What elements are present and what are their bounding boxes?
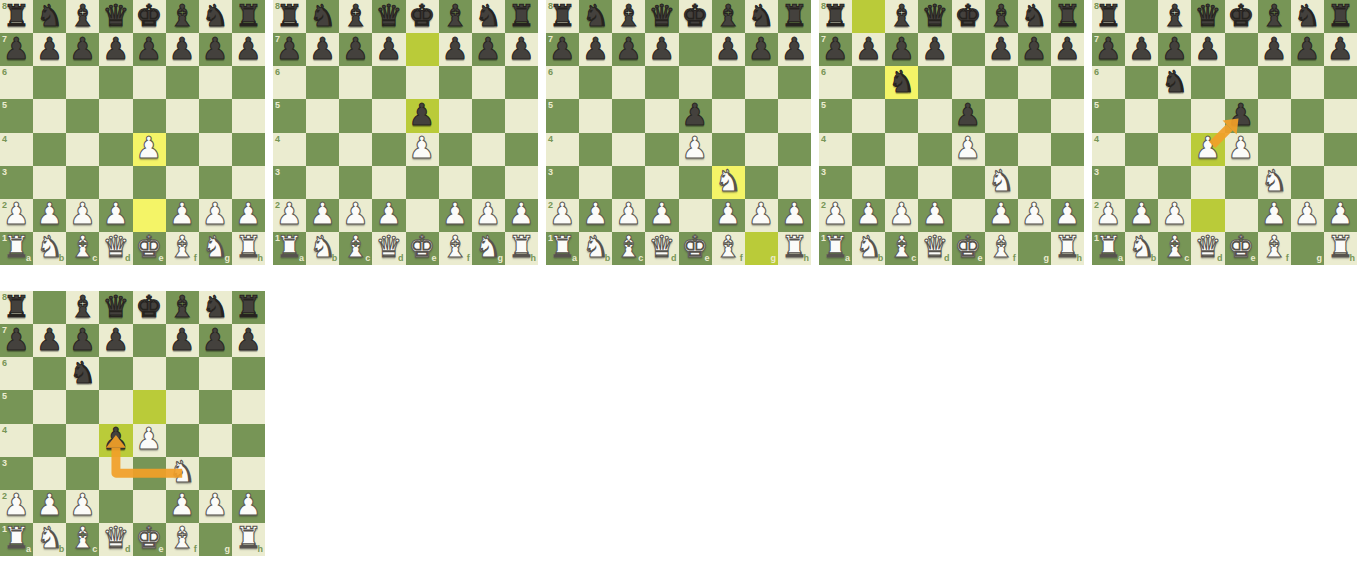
- square-f3[interactable]: ♞: [712, 166, 745, 199]
- square-e2[interactable]: [133, 199, 166, 232]
- white-pawn[interactable]: ♟: [1161, 199, 1188, 229]
- white-pawn[interactable]: ♟: [615, 199, 642, 229]
- black-pawn[interactable]: ♟: [508, 34, 535, 64]
- square-b7[interactable]: ♟: [1125, 33, 1158, 66]
- square-c2[interactable]: ♟: [66, 490, 99, 523]
- square-e8[interactable]: ♚: [679, 0, 712, 33]
- square-b2[interactable]: ♟: [579, 199, 612, 232]
- black-pawn[interactable]: ♟: [202, 325, 229, 355]
- black-bishop[interactable]: ♝: [988, 1, 1015, 31]
- square-b7[interactable]: ♟: [33, 324, 66, 357]
- square-f4[interactable]: [439, 133, 472, 166]
- square-g2[interactable]: ♟: [745, 199, 778, 232]
- white-pawn[interactable]: ♟: [582, 199, 609, 229]
- square-f6[interactable]: [985, 66, 1018, 99]
- square-h3[interactable]: [1051, 166, 1084, 199]
- black-pawn[interactable]: ♟: [781, 34, 808, 64]
- square-b1[interactable]: b♞: [306, 232, 339, 265]
- square-h7[interactable]: ♟: [778, 33, 811, 66]
- square-a3[interactable]: 3: [1092, 166, 1125, 199]
- black-pawn[interactable]: ♟: [921, 34, 948, 64]
- white-pawn[interactable]: ♟: [3, 199, 30, 229]
- square-g3[interactable]: [1018, 166, 1051, 199]
- square-d7[interactable]: ♟: [1191, 33, 1224, 66]
- square-c8[interactable]: ♝: [339, 0, 372, 33]
- square-a1[interactable]: 1a♜: [0, 523, 33, 556]
- square-c5[interactable]: [66, 99, 99, 132]
- black-pawn[interactable]: ♟: [888, 34, 915, 64]
- square-g5[interactable]: [472, 99, 505, 132]
- square-g4[interactable]: [1018, 133, 1051, 166]
- square-e1[interactable]: e♚: [1225, 232, 1258, 265]
- black-queen[interactable]: ♛: [102, 292, 129, 322]
- square-e4[interactable]: ♟: [1225, 133, 1258, 166]
- black-knight[interactable]: ♞: [475, 1, 502, 31]
- square-c3[interactable]: [66, 457, 99, 490]
- square-e2[interactable]: [1225, 199, 1258, 232]
- square-g3[interactable]: [199, 457, 232, 490]
- square-d5[interactable]: [99, 99, 132, 132]
- black-knight[interactable]: ♞: [36, 1, 63, 31]
- square-c8[interactable]: ♝: [612, 0, 645, 33]
- black-pawn[interactable]: ♟: [1228, 100, 1255, 130]
- white-pawn[interactable]: ♟: [36, 490, 63, 520]
- square-e2[interactable]: [679, 199, 712, 232]
- black-king[interactable]: ♚: [1228, 1, 1255, 31]
- white-pawn[interactable]: ♟: [235, 490, 262, 520]
- square-a2[interactable]: 2♟: [546, 199, 579, 232]
- square-f5[interactable]: [1258, 99, 1291, 132]
- square-h1[interactable]: h♜: [505, 232, 538, 265]
- black-rook[interactable]: ♜: [822, 1, 849, 31]
- square-d6[interactable]: [99, 66, 132, 99]
- square-e1[interactable]: e♚: [952, 232, 985, 265]
- white-pawn[interactable]: ♟: [3, 490, 30, 520]
- square-d8[interactable]: ♛: [99, 291, 132, 324]
- black-pawn[interactable]: ♟: [682, 100, 709, 130]
- square-g2[interactable]: ♟: [1018, 199, 1051, 232]
- square-d5[interactable]: [372, 99, 405, 132]
- square-h7[interactable]: ♟: [232, 324, 265, 357]
- square-d2[interactable]: ♟: [372, 199, 405, 232]
- square-d3[interactable]: [99, 166, 132, 199]
- square-e7[interactable]: ♟: [133, 33, 166, 66]
- square-d3[interactable]: [918, 166, 951, 199]
- square-g7[interactable]: ♟: [472, 33, 505, 66]
- square-e7[interactable]: [406, 33, 439, 66]
- black-rook[interactable]: ♜: [1054, 1, 1081, 31]
- square-a7[interactable]: 7♟: [546, 33, 579, 66]
- square-h2[interactable]: ♟: [232, 490, 265, 523]
- square-h4[interactable]: [505, 133, 538, 166]
- square-b5[interactable]: [306, 99, 339, 132]
- square-g5[interactable]: [199, 99, 232, 132]
- square-c4[interactable]: [339, 133, 372, 166]
- square-e5[interactable]: [133, 99, 166, 132]
- square-e2[interactable]: [952, 199, 985, 232]
- black-bishop[interactable]: ♝: [1261, 1, 1288, 31]
- square-c1[interactable]: c♝: [66, 523, 99, 556]
- square-a2[interactable]: 2♟: [1092, 199, 1125, 232]
- square-a5[interactable]: 5: [546, 99, 579, 132]
- square-f4[interactable]: [166, 424, 199, 457]
- square-f8[interactable]: ♝: [1258, 0, 1291, 33]
- black-pawn[interactable]: ♟: [442, 34, 469, 64]
- square-e8[interactable]: ♚: [1225, 0, 1258, 33]
- square-h1[interactable]: h♜: [1324, 232, 1357, 265]
- square-c1[interactable]: c♝: [612, 232, 645, 265]
- black-knight[interactable]: ♞: [69, 358, 96, 388]
- square-d6[interactable]: [918, 66, 951, 99]
- square-f6[interactable]: [166, 66, 199, 99]
- square-c8[interactable]: ♝: [66, 291, 99, 324]
- white-pawn[interactable]: ♟: [69, 199, 96, 229]
- square-e4[interactable]: ♟: [133, 133, 166, 166]
- square-h6[interactable]: [232, 66, 265, 99]
- square-b4[interactable]: [852, 133, 885, 166]
- square-e1[interactable]: e♚: [679, 232, 712, 265]
- square-f1[interactable]: f♝: [985, 232, 1018, 265]
- square-e1[interactable]: e♚: [133, 232, 166, 265]
- white-pawn[interactable]: ♟: [888, 199, 915, 229]
- square-a3[interactable]: 3: [546, 166, 579, 199]
- square-a5[interactable]: 5: [819, 99, 852, 132]
- white-pawn[interactable]: ♟: [169, 490, 196, 520]
- square-b4[interactable]: [579, 133, 612, 166]
- white-pawn[interactable]: ♟: [1327, 199, 1354, 229]
- square-b3[interactable]: [33, 166, 66, 199]
- square-f1[interactable]: f♝: [712, 232, 745, 265]
- square-b8[interactable]: ♞: [579, 0, 612, 33]
- square-h2[interactable]: ♟: [232, 199, 265, 232]
- black-pawn[interactable]: ♟: [1261, 34, 1288, 64]
- square-g3[interactable]: [745, 166, 778, 199]
- square-e4[interactable]: ♟: [679, 133, 712, 166]
- square-f1[interactable]: f♝: [166, 523, 199, 556]
- square-a8[interactable]: 8♜: [0, 291, 33, 324]
- white-pawn[interactable]: ♟: [409, 133, 436, 163]
- square-b5[interactable]: [1125, 99, 1158, 132]
- black-knight[interactable]: ♞: [1161, 67, 1188, 97]
- square-e5[interactable]: ♟: [679, 99, 712, 132]
- square-d7[interactable]: ♟: [99, 324, 132, 357]
- square-b3[interactable]: [306, 166, 339, 199]
- square-a1[interactable]: 1a♜: [0, 232, 33, 265]
- square-b8[interactable]: [1125, 0, 1158, 33]
- square-d5[interactable]: [918, 99, 951, 132]
- black-pawn[interactable]: ♟: [235, 325, 262, 355]
- square-e7[interactable]: [133, 324, 166, 357]
- white-pawn[interactable]: ♟: [1128, 199, 1155, 229]
- square-g6[interactable]: [745, 66, 778, 99]
- square-f8[interactable]: ♝: [712, 0, 745, 33]
- square-d4[interactable]: [645, 133, 678, 166]
- square-f7[interactable]: ♟: [1258, 33, 1291, 66]
- square-c2[interactable]: ♟: [66, 199, 99, 232]
- square-g8[interactable]: ♞: [199, 0, 232, 33]
- square-b2[interactable]: ♟: [33, 490, 66, 523]
- square-e7[interactable]: [952, 33, 985, 66]
- square-b8[interactable]: [852, 0, 885, 33]
- square-g1[interactable]: g: [1018, 232, 1051, 265]
- white-pawn[interactable]: ♟: [715, 199, 742, 229]
- square-h3[interactable]: [778, 166, 811, 199]
- square-a4[interactable]: 4: [1092, 133, 1125, 166]
- black-pawn[interactable]: ♟: [375, 34, 402, 64]
- square-d1[interactable]: d♛: [99, 232, 132, 265]
- square-h4[interactable]: [1051, 133, 1084, 166]
- square-b2[interactable]: ♟: [33, 199, 66, 232]
- black-knight[interactable]: ♞: [309, 1, 336, 31]
- black-pawn[interactable]: ♟: [309, 34, 336, 64]
- black-pawn[interactable]: ♟: [342, 34, 369, 64]
- black-pawn[interactable]: ♟: [1161, 34, 1188, 64]
- black-knight[interactable]: ♞: [888, 67, 915, 97]
- white-pawn[interactable]: ♟: [442, 199, 469, 229]
- square-e5[interactable]: ♟: [406, 99, 439, 132]
- square-a7[interactable]: 7♟: [273, 33, 306, 66]
- square-h6[interactable]: [1324, 66, 1357, 99]
- square-e5[interactable]: ♟: [952, 99, 985, 132]
- black-rook[interactable]: ♜: [235, 1, 262, 31]
- square-g7[interactable]: ♟: [199, 324, 232, 357]
- square-e6[interactable]: [679, 66, 712, 99]
- black-pawn[interactable]: ♟: [1294, 34, 1321, 64]
- black-rook[interactable]: ♜: [508, 1, 535, 31]
- square-c3[interactable]: [66, 166, 99, 199]
- square-h6[interactable]: [505, 66, 538, 99]
- white-knight[interactable]: ♞: [988, 166, 1015, 196]
- square-c4[interactable]: [66, 133, 99, 166]
- square-g1[interactable]: g♞: [199, 232, 232, 265]
- square-f7[interactable]: ♟: [166, 324, 199, 357]
- black-bishop[interactable]: ♝: [615, 1, 642, 31]
- square-a4[interactable]: 4: [819, 133, 852, 166]
- square-c1[interactable]: c♝: [339, 232, 372, 265]
- black-pawn[interactable]: ♟: [582, 34, 609, 64]
- square-d1[interactable]: d♛: [99, 523, 132, 556]
- square-a4[interactable]: 4: [0, 424, 33, 457]
- square-g2[interactable]: ♟: [199, 199, 232, 232]
- square-c6[interactable]: [339, 66, 372, 99]
- black-pawn[interactable]: ♟: [69, 325, 96, 355]
- square-f3[interactable]: ♞: [166, 457, 199, 490]
- square-e3[interactable]: [133, 457, 166, 490]
- black-knight[interactable]: ♞: [202, 292, 229, 322]
- square-g6[interactable]: [1291, 66, 1324, 99]
- square-d5[interactable]: [645, 99, 678, 132]
- square-f4[interactable]: [712, 133, 745, 166]
- square-b5[interactable]: [33, 99, 66, 132]
- square-h8[interactable]: ♜: [1324, 0, 1357, 33]
- square-b2[interactable]: ♟: [306, 199, 339, 232]
- square-b1[interactable]: b♞: [579, 232, 612, 265]
- square-g4[interactable]: [745, 133, 778, 166]
- black-pawn[interactable]: ♟: [409, 100, 436, 130]
- white-pawn[interactable]: ♟: [475, 199, 502, 229]
- square-h2[interactable]: ♟: [505, 199, 538, 232]
- square-a8[interactable]: 8♜: [546, 0, 579, 33]
- square-h2[interactable]: ♟: [1324, 199, 1357, 232]
- white-pawn[interactable]: ♟: [748, 199, 775, 229]
- square-d1[interactable]: d♛: [918, 232, 951, 265]
- black-queen[interactable]: ♛: [648, 1, 675, 31]
- square-f5[interactable]: [985, 99, 1018, 132]
- square-d7[interactable]: ♟: [372, 33, 405, 66]
- square-d6[interactable]: [99, 357, 132, 390]
- square-g4[interactable]: [472, 133, 505, 166]
- black-pawn[interactable]: ♟: [102, 325, 129, 355]
- square-c4[interactable]: [1158, 133, 1191, 166]
- black-queen[interactable]: ♛: [921, 1, 948, 31]
- square-g7[interactable]: ♟: [745, 33, 778, 66]
- white-knight[interactable]: ♞: [1261, 166, 1288, 196]
- white-pawn[interactable]: ♟: [69, 490, 96, 520]
- black-pawn[interactable]: ♟: [36, 34, 63, 64]
- square-c4[interactable]: [885, 133, 918, 166]
- white-pawn[interactable]: ♟: [169, 199, 196, 229]
- black-king[interactable]: ♚: [136, 292, 163, 322]
- white-pawn[interactable]: ♟: [549, 199, 576, 229]
- square-a5[interactable]: 5: [0, 390, 33, 423]
- square-e2[interactable]: [133, 490, 166, 523]
- square-c3[interactable]: [885, 166, 918, 199]
- square-g1[interactable]: g♞: [472, 232, 505, 265]
- square-g6[interactable]: [199, 357, 232, 390]
- black-pawn[interactable]: ♟: [615, 34, 642, 64]
- square-f3[interactable]: ♞: [985, 166, 1018, 199]
- square-h1[interactable]: h♜: [778, 232, 811, 265]
- square-h8[interactable]: ♜: [1051, 0, 1084, 33]
- square-b7[interactable]: ♟: [579, 33, 612, 66]
- white-pawn[interactable]: ♟: [1228, 133, 1255, 163]
- square-f8[interactable]: ♝: [439, 0, 472, 33]
- square-g7[interactable]: ♟: [1291, 33, 1324, 66]
- square-b8[interactable]: [33, 291, 66, 324]
- square-h4[interactable]: [778, 133, 811, 166]
- square-g1[interactable]: g: [1291, 232, 1324, 265]
- black-bishop[interactable]: ♝: [888, 1, 915, 31]
- black-pawn[interactable]: ♟: [988, 34, 1015, 64]
- square-e6[interactable]: [133, 66, 166, 99]
- square-a5[interactable]: 5: [0, 99, 33, 132]
- white-bishop[interactable]: ♝: [1261, 232, 1288, 262]
- square-c6[interactable]: [612, 66, 645, 99]
- square-a3[interactable]: 3: [0, 166, 33, 199]
- white-pawn[interactable]: ♟: [1261, 199, 1288, 229]
- square-c4[interactable]: [66, 424, 99, 457]
- square-b6[interactable]: [306, 66, 339, 99]
- square-b7[interactable]: ♟: [852, 33, 885, 66]
- square-b1[interactable]: b♞: [1125, 232, 1158, 265]
- square-h4[interactable]: [232, 133, 265, 166]
- square-d8[interactable]: ♛: [918, 0, 951, 33]
- square-f8[interactable]: ♝: [166, 291, 199, 324]
- square-a2[interactable]: 2♟: [819, 199, 852, 232]
- square-e8[interactable]: ♚: [133, 0, 166, 33]
- square-f4[interactable]: [985, 133, 1018, 166]
- square-c1[interactable]: c♝: [885, 232, 918, 265]
- black-king[interactable]: ♚: [682, 1, 709, 31]
- square-a6[interactable]: 6: [1092, 66, 1125, 99]
- square-a5[interactable]: 5: [1092, 99, 1125, 132]
- square-e8[interactable]: ♚: [406, 0, 439, 33]
- square-b1[interactable]: b♞: [852, 232, 885, 265]
- square-g3[interactable]: [472, 166, 505, 199]
- square-c5[interactable]: [885, 99, 918, 132]
- square-b5[interactable]: [33, 390, 66, 423]
- square-c7[interactable]: ♟: [339, 33, 372, 66]
- square-f5[interactable]: [166, 390, 199, 423]
- square-f3[interactable]: [439, 166, 472, 199]
- white-bishop[interactable]: ♝: [169, 232, 196, 262]
- square-b6[interactable]: [33, 66, 66, 99]
- white-bishop[interactable]: ♝: [442, 232, 469, 262]
- black-pawn[interactable]: ♟: [648, 34, 675, 64]
- square-g7[interactable]: ♟: [1018, 33, 1051, 66]
- white-pawn[interactable]: ♟: [309, 199, 336, 229]
- square-c7[interactable]: ♟: [66, 33, 99, 66]
- square-c3[interactable]: [612, 166, 645, 199]
- white-pawn[interactable]: ♟: [235, 199, 262, 229]
- square-e4[interactable]: ♟: [406, 133, 439, 166]
- square-d5[interactable]: [99, 390, 132, 423]
- black-pawn[interactable]: ♟: [822, 34, 849, 64]
- black-pawn[interactable]: ♟: [3, 325, 30, 355]
- square-a3[interactable]: 3: [273, 166, 306, 199]
- square-h3[interactable]: [232, 166, 265, 199]
- square-c5[interactable]: [1158, 99, 1191, 132]
- white-pawn[interactable]: ♟: [136, 424, 163, 454]
- square-c6[interactable]: ♞: [885, 66, 918, 99]
- square-e4[interactable]: ♟: [133, 424, 166, 457]
- square-c8[interactable]: ♝: [1158, 0, 1191, 33]
- black-rook[interactable]: ♜: [276, 1, 303, 31]
- square-h5[interactable]: [232, 99, 265, 132]
- square-h8[interactable]: ♜: [232, 291, 265, 324]
- square-g5[interactable]: [199, 390, 232, 423]
- square-c6[interactable]: ♞: [66, 357, 99, 390]
- white-pawn[interactable]: ♟: [1294, 199, 1321, 229]
- square-a8[interactable]: 8♜: [273, 0, 306, 33]
- square-c8[interactable]: ♝: [885, 0, 918, 33]
- square-g6[interactable]: [199, 66, 232, 99]
- black-pawn[interactable]: ♟: [1054, 34, 1081, 64]
- white-knight[interactable]: ♞: [715, 166, 742, 196]
- black-pawn[interactable]: ♟: [715, 34, 742, 64]
- square-f4[interactable]: [1258, 133, 1291, 166]
- square-f6[interactable]: [166, 357, 199, 390]
- black-pawn[interactable]: ♟: [202, 34, 229, 64]
- square-b7[interactable]: ♟: [306, 33, 339, 66]
- square-h8[interactable]: ♜: [505, 0, 538, 33]
- square-a8[interactable]: 8♜: [1092, 0, 1125, 33]
- square-a6[interactable]: 6: [0, 357, 33, 390]
- square-a4[interactable]: 4: [273, 133, 306, 166]
- white-pawn[interactable]: ♟: [988, 199, 1015, 229]
- white-pawn[interactable]: ♟: [955, 133, 982, 163]
- square-f1[interactable]: f♝: [166, 232, 199, 265]
- black-bishop[interactable]: ♝: [1161, 1, 1188, 31]
- square-e6[interactable]: [406, 66, 439, 99]
- square-f3[interactable]: ♞: [1258, 166, 1291, 199]
- black-knight[interactable]: ♞: [748, 1, 775, 31]
- square-g1[interactable]: g: [199, 523, 232, 556]
- square-c2[interactable]: ♟: [885, 199, 918, 232]
- square-f2[interactable]: ♟: [985, 199, 1018, 232]
- square-a7[interactable]: 7♟: [1092, 33, 1125, 66]
- white-pawn[interactable]: ♟: [36, 199, 63, 229]
